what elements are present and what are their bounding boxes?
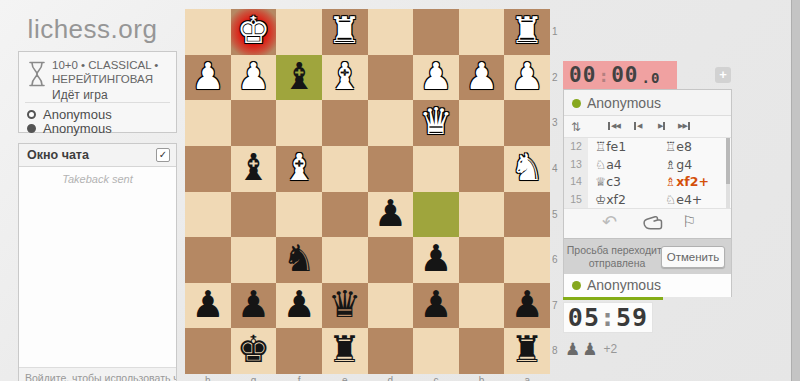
square-f4[interactable]: ♝ (276, 146, 322, 192)
move-row: 12 ♖fe1 ♖e8 (564, 138, 731, 156)
square-d3[interactable] (368, 100, 414, 146)
square-g5[interactable] (231, 192, 277, 238)
square-f8[interactable] (276, 328, 322, 374)
square-g3[interactable] (231, 100, 277, 146)
rank-label-8: 8 (552, 345, 562, 356)
active-player-bar (563, 297, 663, 300)
black-bishop-g4[interactable]: ♝ (231, 146, 277, 192)
square-e5[interactable] (322, 192, 368, 238)
move-number: 14 (564, 173, 588, 191)
square-d4[interactable] (368, 146, 414, 192)
square-f1[interactable] (276, 9, 322, 55)
black-pawn-d5[interactable]: ♟ (368, 192, 414, 238)
square-c5[interactable] (413, 192, 459, 238)
game-panel: Anonymous ⇅ ◀◀ ◀ ▶ ▶▶ 12 ♖fe1 ♖e8 13 ♘a4… (563, 89, 732, 297)
move-black[interactable]: ♘e4+ (658, 191, 726, 209)
square-g2[interactable]: ♟ (231, 55, 277, 101)
square-d2[interactable] (368, 55, 414, 101)
square-g1[interactable]: ♚ (231, 9, 277, 55)
last-move-button[interactable]: ▶▶ (678, 122, 690, 130)
move-black-current[interactable]: ♗xf2+ (658, 173, 726, 191)
takeback-request-text: Просьба переходить отправлена (566, 244, 668, 270)
square-c6[interactable]: ♟ (413, 237, 459, 283)
square-h1[interactable] (185, 9, 231, 55)
square-f7[interactable]: ♟ (276, 283, 322, 329)
square-e3[interactable] (322, 100, 368, 146)
white-bishop-f4[interactable]: ♝ (276, 146, 322, 192)
white-knight-a4[interactable]: ♞ (504, 146, 550, 192)
square-h6[interactable] (185, 237, 231, 283)
square-a4[interactable]: ♞ (504, 146, 550, 192)
black-player-row: Anonymous (27, 121, 112, 136)
move-number: 15 (564, 191, 588, 209)
square-a1[interactable]: ♜ (504, 9, 550, 55)
square-d1[interactable] (368, 9, 414, 55)
square-b8[interactable] (459, 328, 505, 374)
white-bishop-e2[interactable]: ♝ (322, 55, 368, 101)
file-label-c: c (413, 375, 459, 381)
online-dot-icon (572, 281, 581, 290)
black-pawn-a7[interactable]: ♟ (504, 283, 550, 329)
white-rook-a1[interactable]: ♜ (504, 9, 550, 55)
square-c4[interactable] (413, 146, 459, 192)
rank-label-3: 3 (552, 117, 562, 128)
square-b2[interactable]: ♟ (459, 55, 505, 101)
square-h2[interactable]: ♟ (185, 55, 231, 101)
white-rook-e1[interactable]: ♜ (322, 9, 368, 55)
black-rook-a8[interactable]: ♜ (504, 328, 550, 374)
square-h7[interactable]: ♟ (185, 283, 231, 329)
square-e1[interactable]: ♜ (322, 9, 368, 55)
square-g7[interactable]: ♟ (231, 283, 277, 329)
next-move-button[interactable]: ▶ (658, 122, 665, 130)
white-pawn-c2[interactable]: ♟ (413, 55, 459, 101)
black-bishop-f2[interactable]: ♝ (276, 55, 322, 101)
prev-move-button[interactable]: ◀ (634, 122, 641, 130)
square-c8[interactable] (413, 328, 459, 374)
square-c2[interactable]: ♟ (413, 55, 459, 101)
square-g4[interactable]: ♝ (231, 146, 277, 192)
move-white[interactable]: ♕c3 (588, 173, 658, 191)
cancel-takeback-button[interactable]: Отменить (661, 246, 725, 268)
black-player-name: Anonymous (43, 121, 112, 136)
square-b5[interactable] (459, 192, 505, 238)
rank-label-1: 1 (552, 26, 562, 37)
time-control-label: 10+0 • CLASSICAL • (52, 59, 158, 71)
square-f5[interactable] (276, 192, 322, 238)
square-a8[interactable]: ♜ (504, 328, 550, 374)
square-c1[interactable] (413, 9, 459, 55)
square-f2[interactable]: ♝ (276, 55, 322, 101)
move-row: 14 ♕c3 ♗xf2+ (564, 173, 731, 191)
white-queen-c3[interactable]: ♛ (413, 100, 459, 146)
square-g6[interactable] (231, 237, 277, 283)
move-white[interactable]: ♖fe1 (588, 138, 658, 156)
file-label-d: d (368, 375, 414, 381)
bottom-player-bar: Anonymous (564, 274, 731, 297)
file-label-e: e (322, 375, 368, 381)
top-player-name: Anonymous (587, 95, 661, 111)
bottom-clock-seconds: 59 (616, 303, 648, 332)
bottom-clock-minutes: 05 (568, 303, 600, 332)
rated-label: НЕРЕЙТИНГОВАЯ (52, 73, 153, 85)
move-row: 15 ♔xf2 ♘e4+ (564, 191, 731, 209)
square-a3[interactable] (504, 100, 550, 146)
move-number: 12 (564, 138, 588, 156)
captured-pieces-tray: ♟♟+2 (565, 339, 617, 359)
white-player-name: Anonymous (43, 107, 112, 122)
square-d6[interactable] (368, 237, 414, 283)
black-pawn-c7[interactable]: ♟ (413, 283, 459, 329)
square-h5[interactable] (185, 192, 231, 238)
first-move-button[interactable]: ◀◀ (608, 122, 620, 130)
rank-label-7: 7 (552, 300, 562, 311)
rank-label-5: 5 (552, 209, 562, 220)
bottom-player-name: Anonymous (587, 277, 661, 293)
file-label-h: h (185, 375, 231, 381)
move-black[interactable]: ♖e8 (658, 138, 726, 156)
square-h8[interactable] (185, 328, 231, 374)
square-f6[interactable]: ♞ (276, 237, 322, 283)
file-label-a: a (504, 375, 550, 381)
file-label-b: b (459, 375, 505, 381)
game-status-label: Идёт игра (52, 88, 108, 102)
square-e2[interactable]: ♝ (322, 55, 368, 101)
file-label-f: f (276, 375, 322, 381)
lichess-logo[interactable]: lichess.org (0, 14, 185, 45)
square-a6[interactable] (504, 237, 550, 283)
move-list: 12 ♖fe1 ♖e8 13 ♘a4 ♗g4 14 ♕c3 ♗xf2+ 15 ♔… (564, 138, 731, 208)
white-pawn-b2[interactable]: ♟ (459, 55, 505, 101)
square-b7[interactable] (459, 283, 505, 329)
bottom-player-clock: 05:59 (563, 302, 653, 333)
black-pawn-g7[interactable]: ♟ (231, 283, 277, 329)
give-more-time-button[interactable]: + (715, 67, 731, 83)
rank-label-2: 2 (552, 72, 562, 83)
divider (25, 102, 170, 103)
chat-title: Окно чата (27, 148, 89, 162)
square-b6[interactable] (459, 237, 505, 283)
square-h4[interactable] (185, 146, 231, 192)
move-black[interactable]: ♗g4 (658, 156, 726, 174)
move-nav-bar: ⇅ ◀◀ ◀ ▶ ▶▶ (564, 116, 731, 138)
top-player-bar: Anonymous (564, 90, 731, 116)
move-list-scrollbar[interactable] (726, 138, 730, 208)
white-color-icon (27, 110, 36, 119)
move-row: 13 ♘a4 ♗g4 (564, 156, 731, 174)
square-e6[interactable] (322, 237, 368, 283)
draw-offer-hand-icon[interactable] (642, 215, 663, 236)
rank-label-4: 4 (552, 163, 562, 174)
white-pawn-h2[interactable]: ♟ (185, 55, 231, 101)
square-e8[interactable]: ♜ (322, 328, 368, 374)
captured-pawn-icons: ♟♟ (565, 339, 599, 359)
square-d5[interactable]: ♟ (368, 192, 414, 238)
rank-label-6: 6 (552, 254, 562, 265)
square-c7[interactable]: ♟ (413, 283, 459, 329)
black-knight-f6[interactable]: ♞ (276, 237, 322, 283)
flip-board-icon[interactable]: ⇅ (571, 120, 581, 134)
resign-flag-icon[interactable]: ⚐ (682, 212, 696, 231)
top-clock-tenths: 0 (651, 70, 659, 86)
material-advantage: +2 (603, 342, 617, 356)
black-king-g8[interactable]: ♚ (231, 328, 277, 374)
square-b1[interactable] (459, 9, 505, 55)
takeback-request-box: Просьба переходить отправлена Отменить (564, 238, 731, 274)
white-player-row: Anonymous (27, 107, 112, 122)
chat-toggle-checkbox[interactable]: ✓ (156, 148, 170, 162)
chess-board[interactable]: ♚♜♜♟♟♝♝♟♟♟♛♝♝♞♟♞♟♟♟♟♛♟♟♚♜♜ (185, 9, 550, 374)
white-king-g1[interactable]: ♚ (231, 9, 277, 55)
chat-signin-note: Войдите, чтобы использовать чат (19, 367, 176, 381)
square-e7[interactable]: ♛ (322, 283, 368, 329)
move-number: 13 (564, 156, 588, 174)
square-d7[interactable] (368, 283, 414, 329)
move-white[interactable]: ♘a4 (588, 156, 658, 174)
black-rook-e8[interactable]: ♜ (322, 328, 368, 374)
hourglass-icon (27, 61, 47, 91)
black-pawn-c6[interactable]: ♟ (413, 237, 459, 283)
chat-box: Окно чата ✓ Takeback sent Войдите, чтобы… (18, 143, 177, 381)
square-g8[interactable]: ♚ (231, 328, 277, 374)
square-a5[interactable] (504, 192, 550, 238)
black-color-icon (27, 124, 36, 133)
top-clock-minutes: 00 (569, 63, 596, 87)
white-pawn-g2[interactable]: ♟ (231, 55, 277, 101)
black-queen-e7[interactable]: ♛ (322, 283, 368, 329)
move-white[interactable]: ♔xf2 (588, 191, 658, 209)
black-pawn-f7[interactable]: ♟ (276, 283, 322, 329)
game-info-box: 10+0 • CLASSICAL • НЕРЕЙТИНГОВАЯ Идёт иг… (18, 51, 177, 133)
takeback-icon[interactable]: ↶ (602, 211, 617, 232)
online-dot-icon (572, 99, 581, 108)
square-c3[interactable]: ♛ (413, 100, 459, 146)
square-h3[interactable] (185, 100, 231, 146)
game-actions-bar: ↶ ⚐ (564, 208, 731, 238)
chat-header: Окно чата ✓ (19, 144, 176, 167)
top-player-clock: 00:00.0 (563, 61, 677, 89)
black-pawn-h7[interactable]: ♟ (185, 283, 231, 329)
square-b4[interactable] (459, 146, 505, 192)
square-e4[interactable] (322, 146, 368, 192)
white-pawn-a2[interactable]: ♟ (504, 55, 550, 101)
square-d8[interactable] (368, 328, 414, 374)
page-scrollbar[interactable] (791, 0, 800, 381)
square-f3[interactable] (276, 100, 322, 146)
square-b3[interactable] (459, 100, 505, 146)
top-clock-seconds: 00 (611, 63, 638, 87)
square-a2[interactable]: ♟ (504, 55, 550, 101)
chat-notice: Takeback sent (19, 173, 176, 185)
file-label-g: g (231, 375, 277, 381)
square-a7[interactable]: ♟ (504, 283, 550, 329)
